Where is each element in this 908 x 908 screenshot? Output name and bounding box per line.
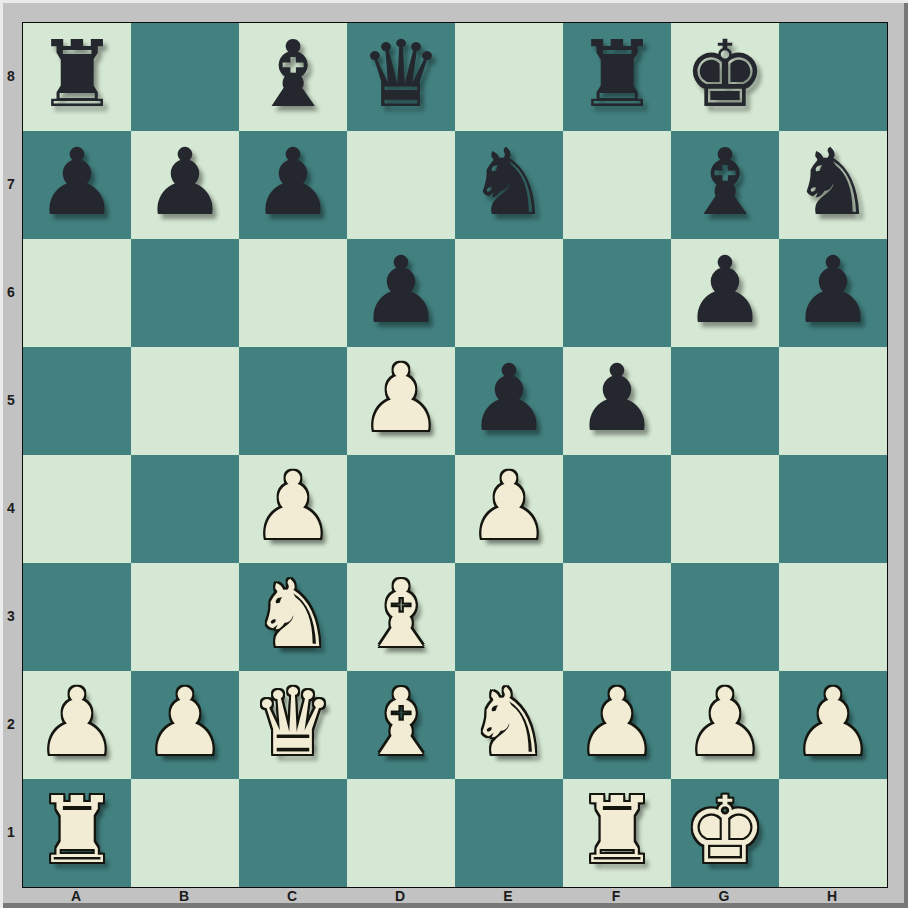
square-d4[interactable] bbox=[347, 455, 455, 563]
piece-black-knight[interactable]: ♞ bbox=[455, 131, 563, 239]
piece-white-pawn[interactable]: ♟ bbox=[239, 455, 347, 563]
square-c4[interactable]: ♟ bbox=[239, 455, 347, 563]
square-a4[interactable] bbox=[23, 455, 131, 563]
piece-white-pawn[interactable]: ♟ bbox=[131, 671, 239, 779]
square-e5[interactable]: ♟ bbox=[455, 347, 563, 455]
square-b6[interactable] bbox=[131, 239, 239, 347]
piece-white-pawn[interactable]: ♟ bbox=[347, 347, 455, 455]
square-e3[interactable] bbox=[455, 563, 563, 671]
square-b5[interactable] bbox=[131, 347, 239, 455]
square-g6[interactable]: ♟ bbox=[671, 239, 779, 347]
square-b3[interactable] bbox=[131, 563, 239, 671]
square-c3[interactable]: ♞ bbox=[239, 563, 347, 671]
piece-black-bishop[interactable]: ♝ bbox=[239, 23, 347, 131]
square-e8[interactable] bbox=[455, 23, 563, 131]
square-a1[interactable]: ♜ bbox=[23, 779, 131, 887]
piece-white-rook[interactable]: ♜ bbox=[23, 779, 131, 887]
rank-label-2: 2 bbox=[0, 670, 22, 778]
square-g8[interactable]: ♚ bbox=[671, 23, 779, 131]
piece-black-queen[interactable]: ♛ bbox=[347, 23, 455, 131]
rank-label-6: 6 bbox=[0, 238, 22, 346]
square-b8[interactable] bbox=[131, 23, 239, 131]
rank-label-5: 5 bbox=[0, 346, 22, 454]
square-d5[interactable]: ♟ bbox=[347, 347, 455, 455]
file-label-g: G bbox=[670, 887, 778, 905]
square-h2[interactable]: ♟ bbox=[779, 671, 887, 779]
square-c2[interactable]: ♛ bbox=[239, 671, 347, 779]
piece-white-bishop[interactable]: ♝ bbox=[347, 671, 455, 779]
piece-white-knight[interactable]: ♞ bbox=[455, 671, 563, 779]
rank-label-8: 8 bbox=[0, 22, 22, 130]
piece-white-pawn[interactable]: ♟ bbox=[779, 671, 887, 779]
piece-black-pawn[interactable]: ♟ bbox=[239, 131, 347, 239]
square-e7[interactable]: ♞ bbox=[455, 131, 563, 239]
square-f5[interactable]: ♟ bbox=[563, 347, 671, 455]
square-c6[interactable] bbox=[239, 239, 347, 347]
piece-black-knight[interactable]: ♞ bbox=[779, 131, 887, 239]
piece-white-knight[interactable]: ♞ bbox=[239, 563, 347, 671]
square-d2[interactable]: ♝ bbox=[347, 671, 455, 779]
square-h5[interactable] bbox=[779, 347, 887, 455]
square-c5[interactable] bbox=[239, 347, 347, 455]
square-h1[interactable] bbox=[779, 779, 887, 887]
square-h6[interactable]: ♟ bbox=[779, 239, 887, 347]
square-f4[interactable] bbox=[563, 455, 671, 563]
square-a3[interactable] bbox=[23, 563, 131, 671]
square-d3[interactable]: ♝ bbox=[347, 563, 455, 671]
square-a5[interactable] bbox=[23, 347, 131, 455]
piece-white-bishop[interactable]: ♝ bbox=[347, 563, 455, 671]
file-label-f: F bbox=[562, 887, 670, 905]
piece-black-king[interactable]: ♚ bbox=[671, 23, 779, 131]
file-label-b: B bbox=[130, 887, 238, 905]
piece-black-rook[interactable]: ♜ bbox=[563, 23, 671, 131]
square-f6[interactable] bbox=[563, 239, 671, 347]
square-h8[interactable] bbox=[779, 23, 887, 131]
square-f1[interactable]: ♜ bbox=[563, 779, 671, 887]
file-label-d: D bbox=[346, 887, 454, 905]
piece-black-pawn[interactable]: ♟ bbox=[23, 131, 131, 239]
square-b7[interactable]: ♟ bbox=[131, 131, 239, 239]
square-b2[interactable]: ♟ bbox=[131, 671, 239, 779]
square-f8[interactable]: ♜ bbox=[563, 23, 671, 131]
file-label-e: E bbox=[454, 887, 562, 905]
file-label-a: A bbox=[22, 887, 130, 905]
chess-board-frame: 87654321 ♜♝♛♜♚♟♟♟♞♝♞♟♟♟♟♟♟♟♟♞♝♟♟♛♝♞♟♟♟♜♜… bbox=[0, 0, 908, 908]
piece-black-pawn[interactable]: ♟ bbox=[563, 347, 671, 455]
square-a6[interactable] bbox=[23, 239, 131, 347]
chess-board[interactable]: ♜♝♛♜♚♟♟♟♞♝♞♟♟♟♟♟♟♟♟♞♝♟♟♛♝♞♟♟♟♜♜♚ bbox=[22, 22, 888, 888]
piece-white-pawn[interactable]: ♟ bbox=[23, 671, 131, 779]
square-b4[interactable] bbox=[131, 455, 239, 563]
square-d7[interactable] bbox=[347, 131, 455, 239]
square-g3[interactable] bbox=[671, 563, 779, 671]
rank-label-3: 3 bbox=[0, 562, 22, 670]
piece-black-rook[interactable]: ♜ bbox=[23, 23, 131, 131]
piece-black-pawn[interactable]: ♟ bbox=[455, 347, 563, 455]
piece-white-king[interactable]: ♚ bbox=[671, 779, 779, 887]
square-f7[interactable] bbox=[563, 131, 671, 239]
piece-black-pawn[interactable]: ♟ bbox=[131, 131, 239, 239]
square-f2[interactable]: ♟ bbox=[563, 671, 671, 779]
square-a7[interactable]: ♟ bbox=[23, 131, 131, 239]
rank-label-4: 4 bbox=[0, 454, 22, 562]
square-e4[interactable]: ♟ bbox=[455, 455, 563, 563]
square-g4[interactable] bbox=[671, 455, 779, 563]
square-e1[interactable] bbox=[455, 779, 563, 887]
square-g5[interactable] bbox=[671, 347, 779, 455]
square-a2[interactable]: ♟ bbox=[23, 671, 131, 779]
square-f3[interactable] bbox=[563, 563, 671, 671]
square-h3[interactable] bbox=[779, 563, 887, 671]
file-labels: ABCDEFGH bbox=[22, 887, 886, 905]
square-e2[interactable]: ♞ bbox=[455, 671, 563, 779]
square-h4[interactable] bbox=[779, 455, 887, 563]
piece-black-pawn[interactable]: ♟ bbox=[671, 239, 779, 347]
square-b1[interactable] bbox=[131, 779, 239, 887]
piece-black-pawn[interactable]: ♟ bbox=[347, 239, 455, 347]
square-a8[interactable]: ♜ bbox=[23, 23, 131, 131]
piece-black-pawn[interactable]: ♟ bbox=[779, 239, 887, 347]
square-d1[interactable] bbox=[347, 779, 455, 887]
square-g7[interactable]: ♝ bbox=[671, 131, 779, 239]
square-g2[interactable]: ♟ bbox=[671, 671, 779, 779]
piece-white-queen[interactable]: ♛ bbox=[239, 671, 347, 779]
piece-white-pawn[interactable]: ♟ bbox=[563, 671, 671, 779]
piece-white-pawn[interactable]: ♟ bbox=[455, 455, 563, 563]
piece-white-pawn[interactable]: ♟ bbox=[671, 671, 779, 779]
file-label-c: C bbox=[238, 887, 346, 905]
file-label-h: H bbox=[778, 887, 886, 905]
square-g1[interactable]: ♚ bbox=[671, 779, 779, 887]
square-e6[interactable] bbox=[455, 239, 563, 347]
square-d6[interactable]: ♟ bbox=[347, 239, 455, 347]
square-h7[interactable]: ♞ bbox=[779, 131, 887, 239]
piece-black-bishop[interactable]: ♝ bbox=[671, 131, 779, 239]
rank-label-1: 1 bbox=[0, 778, 22, 886]
piece-white-rook[interactable]: ♜ bbox=[563, 779, 671, 887]
square-c8[interactable]: ♝ bbox=[239, 23, 347, 131]
square-c7[interactable]: ♟ bbox=[239, 131, 347, 239]
rank-label-7: 7 bbox=[0, 130, 22, 238]
rank-labels: 87654321 bbox=[0, 22, 22, 886]
square-c1[interactable] bbox=[239, 779, 347, 887]
square-d8[interactable]: ♛ bbox=[347, 23, 455, 131]
